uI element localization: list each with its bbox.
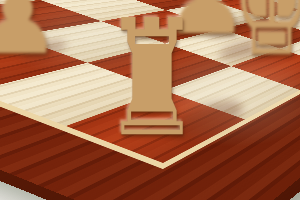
piece-white-rook-a1[interactable]: ♜ [103, 0, 201, 159]
piece-white-pawn-a3[interactable]: ♟ [0, 0, 61, 69]
chessboard-photo: ♟♟♚♜ [0, 0, 300, 200]
piece-white-king-d2[interactable]: ♚ [233, 0, 300, 77]
